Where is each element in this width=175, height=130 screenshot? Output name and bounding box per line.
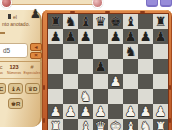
black-pawn: ♟: [155, 30, 167, 43]
white-knight: ♞: [140, 120, 152, 130]
frame-hinge: [169, 85, 171, 90]
square-d7[interactable]: [93, 29, 108, 44]
black-pawn: ♟: [80, 30, 92, 43]
square-d4[interactable]: [93, 74, 108, 89]
square-g1[interactable]: ♞: [138, 119, 153, 130]
square-a7[interactable]: ♟: [48, 29, 63, 44]
black-bishop: ♝: [125, 15, 137, 28]
square-b3[interactable]: [63, 89, 78, 104]
square-e7[interactable]: ♟: [108, 29, 123, 44]
black-pawn: ♟: [140, 30, 152, 43]
square-g3[interactable]: [138, 89, 153, 104]
square-c7[interactable]: ♟: [78, 29, 93, 44]
square-d8[interactable]: ♛: [93, 14, 108, 29]
white-queen: ♛: [95, 120, 107, 130]
square-b6[interactable]: [63, 44, 78, 59]
divider: [0, 78, 42, 79]
black-rook: ♜: [50, 15, 62, 28]
divider: [0, 61, 42, 62]
square-a1[interactable]: ♜: [48, 119, 63, 130]
tab-numbers[interactable]: 123 Números: [6, 64, 22, 75]
square-h5[interactable]: [153, 59, 168, 74]
board-frame: ♜♞♝♛♚♝♜♟♟♟♟♟♟♟♞♟♟♞♟♟♟♟♟♟♟♜♝♛♚♝♞♜: [42, 10, 172, 130]
black-knight: ♞: [125, 45, 137, 58]
square-g2[interactable]: ♟: [138, 104, 153, 119]
black-pawn: ♟: [110, 30, 122, 43]
square-c3[interactable]: ♞: [78, 89, 93, 104]
key-knight-C[interactable]: ♞C: [0, 83, 6, 94]
frame-hinge: [140, 11, 145, 13]
white-knight: ♞: [80, 90, 92, 103]
tab-numbers-label: 123: [6, 64, 22, 71]
white-bishop: ♝: [125, 120, 137, 130]
white-pawn: ♟: [65, 105, 77, 118]
square-b4[interactable]: [63, 74, 78, 89]
white-pawn: ♟: [95, 105, 107, 118]
square-g8[interactable]: [138, 14, 153, 29]
white-rook: ♜: [50, 120, 62, 130]
square-f3[interactable]: [123, 89, 138, 104]
square-d3[interactable]: [93, 89, 108, 104]
square-h3[interactable]: [153, 89, 168, 104]
frame-hinge: [105, 11, 110, 13]
square-d6[interactable]: [93, 44, 108, 59]
square-h2[interactable]: ♟: [153, 104, 168, 119]
square-g4[interactable]: [138, 74, 153, 89]
black-pawn: ♟: [95, 60, 107, 73]
chess-board[interactable]: ♜♞♝♛♚♝♜♟♟♟♟♟♟♟♞♟♟♞♟♟♟♟♟♟♟♜♝♛♚♝♞♜: [48, 14, 168, 130]
square-a8[interactable]: ♜: [48, 14, 63, 29]
instruction-line-2: nto anotado.: [2, 21, 30, 27]
settings-button[interactable]: [160, 0, 172, 7]
chess-trainer-app: ♟ el nto anotado. d5 ◄ × abc Letras 123 …: [0, 0, 175, 130]
instruction-line-1: el: [13, 14, 17, 20]
square-c2[interactable]: ♟: [78, 104, 93, 119]
square-g5[interactable]: [138, 59, 153, 74]
square-c5[interactable]: [78, 59, 93, 74]
help-button[interactable]: [146, 0, 158, 7]
frame-hinge: [70, 11, 75, 13]
key-king-R[interactable]: ♚R: [8, 98, 23, 109]
black-bishop: ♝: [80, 15, 92, 28]
key-label: A: [16, 86, 20, 92]
pawn-icon: ♟: [30, 8, 41, 20]
square-h8[interactable]: ♜: [153, 14, 168, 29]
square-a5[interactable]: [48, 59, 63, 74]
square-b8[interactable]: ♞: [63, 14, 78, 29]
square-c6[interactable]: [78, 44, 93, 59]
square-b7[interactable]: ♟: [63, 29, 78, 44]
white-pawn: ♟: [80, 105, 92, 118]
square-c1[interactable]: ♝: [78, 119, 93, 130]
white-bishop: ♝: [80, 120, 92, 130]
square-h6[interactable]: [153, 44, 168, 59]
square-a6[interactable]: [48, 44, 63, 59]
white-pawn: ♟: [50, 105, 62, 118]
white-pawn: ♟: [110, 75, 122, 88]
square-f1[interactable]: ♝: [123, 119, 138, 130]
square-g6[interactable]: [138, 44, 153, 59]
white-pawn: ♟: [140, 105, 152, 118]
black-pawn: ♟: [65, 30, 77, 43]
key-label: C: [0, 86, 3, 92]
square-c4[interactable]: [78, 74, 93, 89]
square-e4[interactable]: ♟: [108, 74, 123, 89]
square-h4[interactable]: [153, 74, 168, 89]
square-d1[interactable]: ♛: [93, 119, 108, 130]
end-avatar: [92, 0, 103, 8]
square-a4[interactable]: [48, 74, 63, 89]
square-f7[interactable]: ♟: [123, 29, 138, 44]
square-d5[interactable]: ♟: [93, 59, 108, 74]
square-f5[interactable]: [123, 59, 138, 74]
tab-specials-sublabel: Especiales: [23, 71, 41, 75]
black-queen: ♛: [95, 15, 107, 28]
black-pawn: ♟: [125, 30, 137, 43]
square-b2[interactable]: ♟: [63, 104, 78, 119]
square-b5[interactable]: [63, 59, 78, 74]
tab-numbers-sublabel: Números: [6, 71, 22, 75]
square-e3[interactable]: [108, 89, 123, 104]
square-c8[interactable]: ♝: [78, 14, 93, 29]
white-pawn: ♟: [125, 105, 137, 118]
square-e6[interactable]: [108, 44, 123, 59]
square-h1[interactable]: ♜: [153, 119, 168, 130]
square-d2[interactable]: ♟: [93, 104, 108, 119]
square-e1[interactable]: ♚: [108, 119, 123, 130]
white-king: ♚: [110, 120, 122, 130]
square-h7[interactable]: ♟: [153, 29, 168, 44]
tab-specials[interactable]: # Especiales: [23, 64, 41, 75]
divider-dash: [0, 32, 5, 34]
square-b1[interactable]: [63, 119, 78, 130]
key-label: D: [33, 86, 37, 92]
start-avatar: [1, 0, 12, 8]
inline-board-icon: [8, 14, 11, 19]
square-a3[interactable]: [48, 89, 63, 104]
frame-hinge: [43, 85, 45, 90]
backspace-button[interactable]: ◄: [30, 43, 42, 51]
square-g7[interactable]: ♟: [138, 29, 153, 44]
black-king: ♚: [110, 15, 122, 28]
tab-specials-label: #: [23, 64, 41, 71]
white-pawn: ♟: [155, 105, 167, 118]
frame-hinge: [43, 118, 45, 123]
key-label: R: [16, 101, 20, 107]
white-rook: ♜: [155, 120, 167, 130]
frame-hinge: [169, 118, 171, 123]
key-queen-D[interactable]: ♛D: [25, 83, 40, 94]
square-a2[interactable]: ♟: [48, 104, 63, 119]
black-rook: ♜: [155, 15, 167, 28]
square-e2[interactable]: [108, 104, 123, 119]
clear-button[interactable]: ×: [30, 52, 42, 60]
square-f6[interactable]: ♞: [123, 44, 138, 59]
square-f8[interactable]: ♝: [123, 14, 138, 29]
move-input[interactable]: d5: [0, 43, 28, 58]
square-e8[interactable]: ♚: [108, 14, 123, 29]
square-e5[interactable]: [108, 59, 123, 74]
black-pawn: ♟: [50, 30, 62, 43]
square-f4[interactable]: [123, 74, 138, 89]
progress-track: [4, 0, 102, 5]
key-bishop-A[interactable]: ♝A: [8, 83, 23, 94]
black-knight: ♞: [65, 15, 77, 28]
square-f2[interactable]: ♟: [123, 104, 138, 119]
